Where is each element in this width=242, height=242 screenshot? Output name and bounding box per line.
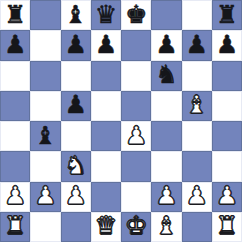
white-pawn[interactable]: ♟ — [64, 183, 86, 208]
square-d4[interactable] — [91, 121, 121, 151]
square-e1[interactable]: ♚ — [121, 212, 151, 242]
square-c3[interactable]: ♞ — [61, 151, 91, 181]
square-a1[interactable]: ♜ — [0, 212, 30, 242]
square-c4[interactable] — [61, 121, 91, 151]
square-h3[interactable] — [212, 151, 242, 181]
black-king[interactable]: ♚ — [125, 2, 147, 27]
square-g8[interactable] — [182, 0, 212, 30]
square-g3[interactable] — [182, 151, 212, 181]
square-a8[interactable]: ♜ — [0, 0, 30, 30]
black-pawn[interactable]: ♟ — [155, 32, 177, 57]
square-e3[interactable] — [121, 151, 151, 181]
black-pawn[interactable]: ♟ — [4, 32, 26, 57]
white-bishop[interactable]: ♝ — [185, 92, 207, 117]
black-pawn[interactable]: ♟ — [64, 32, 86, 57]
square-f3[interactable] — [151, 151, 181, 181]
square-b1[interactable] — [30, 212, 60, 242]
white-king[interactable]: ♚ — [125, 213, 147, 238]
square-e7[interactable] — [121, 30, 151, 60]
black-pawn[interactable]: ♟ — [216, 32, 238, 57]
black-rook[interactable]: ♜ — [216, 2, 238, 27]
black-pawn[interactable]: ♟ — [64, 92, 86, 117]
square-h8[interactable]: ♜ — [212, 0, 242, 30]
square-f4[interactable] — [151, 121, 181, 151]
square-c7[interactable]: ♟ — [61, 30, 91, 60]
square-b3[interactable] — [30, 151, 60, 181]
square-h5[interactable] — [212, 91, 242, 121]
square-g5[interactable]: ♝ — [182, 91, 212, 121]
square-f5[interactable] — [151, 91, 181, 121]
square-d2[interactable] — [91, 182, 121, 212]
black-pawn[interactable]: ♟ — [185, 32, 207, 57]
black-bishop[interactable]: ♝ — [34, 123, 56, 148]
white-pawn[interactable]: ♟ — [155, 183, 177, 208]
square-b2[interactable]: ♟ — [30, 182, 60, 212]
square-b8[interactable] — [30, 0, 60, 30]
square-c2[interactable]: ♟ — [61, 182, 91, 212]
square-g1[interactable] — [182, 212, 212, 242]
square-a4[interactable] — [0, 121, 30, 151]
square-d5[interactable] — [91, 91, 121, 121]
white-pawn[interactable]: ♟ — [125, 123, 147, 148]
square-a2[interactable]: ♟ — [0, 182, 30, 212]
black-queen[interactable]: ♛ — [95, 2, 117, 27]
square-f2[interactable]: ♟ — [151, 182, 181, 212]
white-pawn[interactable]: ♟ — [34, 183, 56, 208]
white-pawn[interactable]: ♟ — [216, 183, 238, 208]
square-a7[interactable]: ♟ — [0, 30, 30, 60]
square-a5[interactable] — [0, 91, 30, 121]
square-a6[interactable] — [0, 61, 30, 91]
square-d1[interactable]: ♛ — [91, 212, 121, 242]
black-bishop[interactable]: ♝ — [64, 2, 86, 27]
white-pawn[interactable]: ♟ — [4, 183, 26, 208]
square-c8[interactable]: ♝ — [61, 0, 91, 30]
square-h2[interactable]: ♟ — [212, 182, 242, 212]
chess-board: ♜♝♛♚♜♟♟♟♟♟♟♞♟♝♝♟♞♟♟♟♟♟♟♜♛♚♝♜ — [0, 0, 242, 242]
square-f1[interactable]: ♝ — [151, 212, 181, 242]
square-h6[interactable] — [212, 61, 242, 91]
square-d6[interactable] — [91, 61, 121, 91]
black-pawn[interactable]: ♟ — [95, 32, 117, 57]
black-knight[interactable]: ♞ — [155, 62, 177, 87]
square-g4[interactable] — [182, 121, 212, 151]
square-d8[interactable]: ♛ — [91, 0, 121, 30]
square-d3[interactable] — [91, 151, 121, 181]
square-b7[interactable] — [30, 30, 60, 60]
square-g6[interactable] — [182, 61, 212, 91]
square-h7[interactable]: ♟ — [212, 30, 242, 60]
square-d7[interactable]: ♟ — [91, 30, 121, 60]
square-b4[interactable]: ♝ — [30, 121, 60, 151]
square-f8[interactable] — [151, 0, 181, 30]
square-b6[interactable] — [30, 61, 60, 91]
square-h4[interactable] — [212, 121, 242, 151]
square-e8[interactable]: ♚ — [121, 0, 151, 30]
square-f6[interactable]: ♞ — [151, 61, 181, 91]
white-rook[interactable]: ♜ — [216, 213, 238, 238]
square-a3[interactable] — [0, 151, 30, 181]
white-rook[interactable]: ♜ — [4, 213, 26, 238]
square-c1[interactable] — [61, 212, 91, 242]
square-e5[interactable] — [121, 91, 151, 121]
square-c5[interactable]: ♟ — [61, 91, 91, 121]
square-g7[interactable]: ♟ — [182, 30, 212, 60]
square-c6[interactable] — [61, 61, 91, 91]
square-e4[interactable]: ♟ — [121, 121, 151, 151]
white-queen[interactable]: ♛ — [95, 213, 117, 238]
square-e6[interactable] — [121, 61, 151, 91]
square-f7[interactable]: ♟ — [151, 30, 181, 60]
square-g2[interactable]: ♟ — [182, 182, 212, 212]
white-knight[interactable]: ♞ — [64, 153, 86, 178]
black-rook[interactable]: ♜ — [4, 2, 26, 27]
white-bishop[interactable]: ♝ — [155, 213, 177, 238]
white-pawn[interactable]: ♟ — [185, 183, 207, 208]
square-e2[interactable] — [121, 182, 151, 212]
square-b5[interactable] — [30, 91, 60, 121]
square-h1[interactable]: ♜ — [212, 212, 242, 242]
